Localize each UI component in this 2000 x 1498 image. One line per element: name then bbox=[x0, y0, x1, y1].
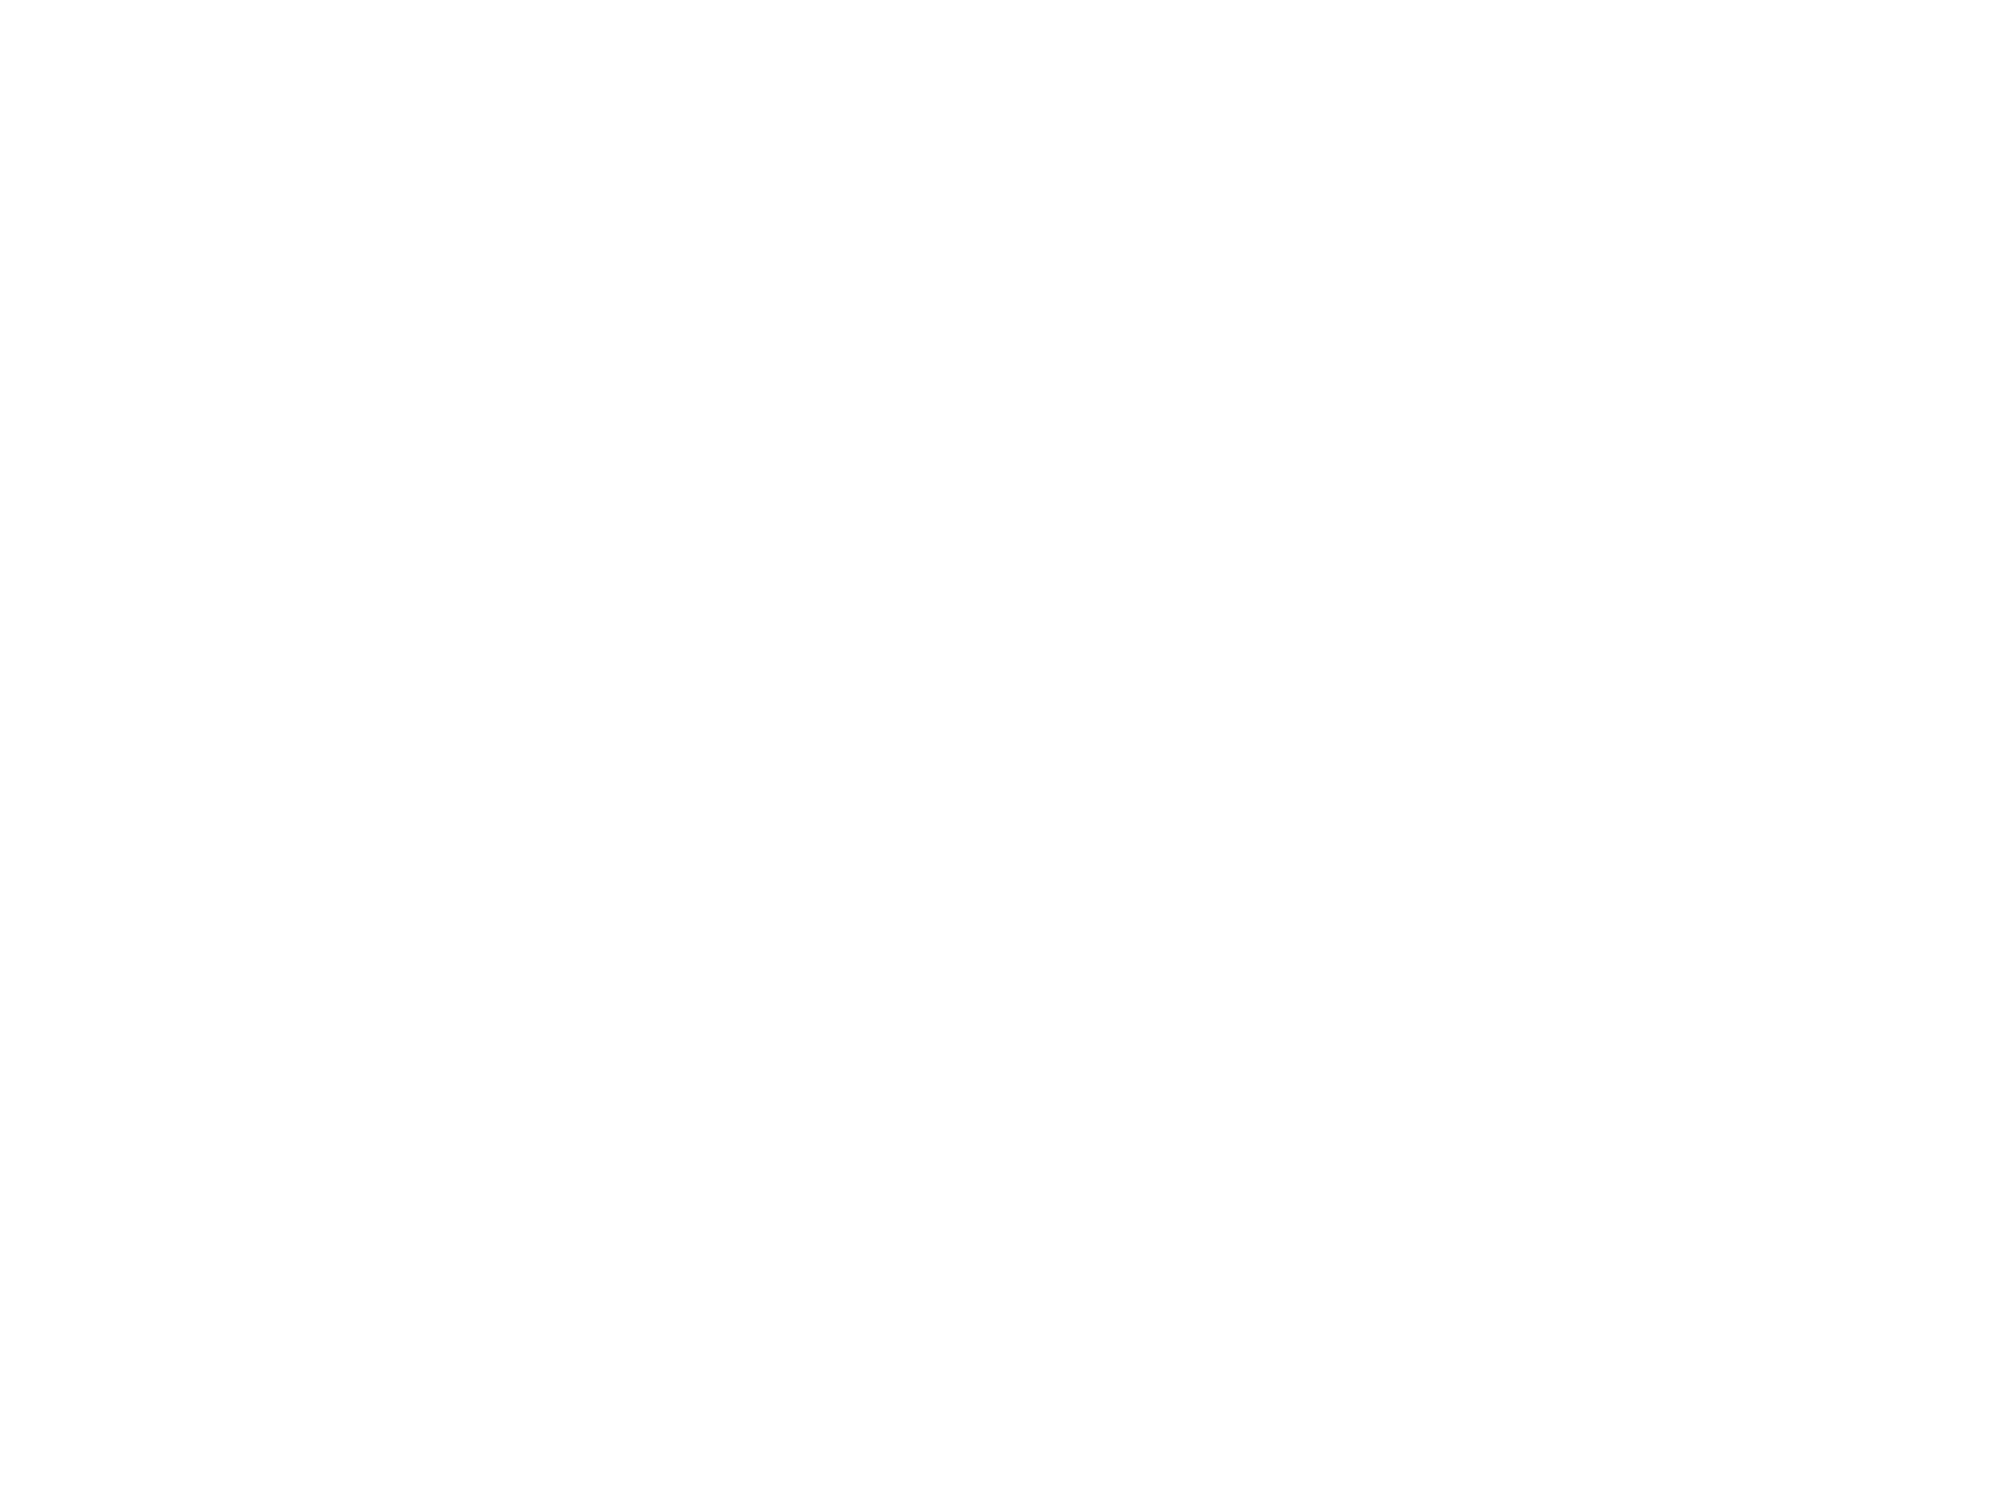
product-photo-scene bbox=[0, 0, 2000, 1498]
three-player-chessboard bbox=[0, 0, 2000, 1498]
